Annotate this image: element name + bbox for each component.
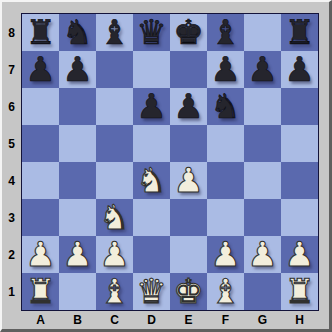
black-knight[interactable]: ♞ xyxy=(210,88,240,125)
file-label-a: A xyxy=(22,312,59,328)
square-d6[interactable]: ♟ xyxy=(133,88,170,125)
square-a1[interactable]: ♜ xyxy=(22,273,59,310)
chess-board: ♜♞♝♛♚♝♜♟♟♟♟♟♟♟♞♞♟♞♟♟♟♟♟♟♜♝♛♚♝♜ xyxy=(21,13,319,311)
black-king[interactable]: ♚ xyxy=(173,14,203,51)
square-a3[interactable] xyxy=(22,199,59,236)
white-pawn[interactable]: ♟ xyxy=(284,236,314,273)
square-a8[interactable]: ♜ xyxy=(22,14,59,51)
white-queen[interactable]: ♛ xyxy=(136,273,166,310)
square-a5[interactable] xyxy=(22,125,59,162)
square-g2[interactable]: ♟ xyxy=(244,236,281,273)
square-e5[interactable] xyxy=(170,125,207,162)
square-g5[interactable] xyxy=(244,125,281,162)
white-knight[interactable]: ♞ xyxy=(99,199,129,236)
black-knight[interactable]: ♞ xyxy=(62,14,92,51)
square-b7[interactable]: ♟ xyxy=(59,51,96,88)
square-e2[interactable] xyxy=(170,236,207,273)
file-labels: ABCDEFGH xyxy=(22,312,318,328)
square-h8[interactable]: ♜ xyxy=(281,14,318,51)
square-a6[interactable] xyxy=(22,88,59,125)
rank-label-7: 7 xyxy=(2,51,21,88)
white-pawn[interactable]: ♟ xyxy=(99,236,129,273)
square-h2[interactable]: ♟ xyxy=(281,236,318,273)
square-c1[interactable]: ♝ xyxy=(96,273,133,310)
square-g7[interactable]: ♟ xyxy=(244,51,281,88)
chess-board-frame: ♜♞♝♛♚♝♜♟♟♟♟♟♟♟♞♞♟♞♟♟♟♟♟♟♜♝♛♚♝♜ 87654321 … xyxy=(0,0,332,332)
white-bishop[interactable]: ♝ xyxy=(99,273,129,310)
square-h6[interactable] xyxy=(281,88,318,125)
black-bishop[interactable]: ♝ xyxy=(99,14,129,51)
rank-label-5: 5 xyxy=(2,125,21,162)
black-pawn[interactable]: ♟ xyxy=(210,51,240,88)
square-g4[interactable] xyxy=(244,162,281,199)
square-g6[interactable] xyxy=(244,88,281,125)
black-pawn[interactable]: ♟ xyxy=(284,51,314,88)
square-b6[interactable] xyxy=(59,88,96,125)
rank-label-1: 1 xyxy=(2,273,21,310)
square-h5[interactable] xyxy=(281,125,318,162)
square-d4[interactable]: ♞ xyxy=(133,162,170,199)
square-e7[interactable] xyxy=(170,51,207,88)
square-f1[interactable]: ♝ xyxy=(207,273,244,310)
square-g1[interactable] xyxy=(244,273,281,310)
square-b5[interactable] xyxy=(59,125,96,162)
square-c2[interactable]: ♟ xyxy=(96,236,133,273)
square-f2[interactable]: ♟ xyxy=(207,236,244,273)
square-c4[interactable] xyxy=(96,162,133,199)
square-e8[interactable]: ♚ xyxy=(170,14,207,51)
square-f8[interactable]: ♝ xyxy=(207,14,244,51)
square-d8[interactable]: ♛ xyxy=(133,14,170,51)
file-label-h: H xyxy=(281,312,318,328)
square-c6[interactable] xyxy=(96,88,133,125)
white-knight[interactable]: ♞ xyxy=(136,162,166,199)
square-f5[interactable] xyxy=(207,125,244,162)
white-bishop[interactable]: ♝ xyxy=(210,273,240,310)
black-pawn[interactable]: ♟ xyxy=(62,51,92,88)
black-queen[interactable]: ♛ xyxy=(136,14,166,51)
file-label-f: F xyxy=(207,312,244,328)
square-h4[interactable] xyxy=(281,162,318,199)
rank-label-4: 4 xyxy=(2,162,21,199)
rank-label-6: 6 xyxy=(2,88,21,125)
square-b3[interactable] xyxy=(59,199,96,236)
file-label-d: D xyxy=(133,312,170,328)
black-pawn[interactable]: ♟ xyxy=(247,51,277,88)
square-b4[interactable] xyxy=(59,162,96,199)
file-label-g: G xyxy=(244,312,281,328)
rank-label-2: 2 xyxy=(2,236,21,273)
square-h1[interactable]: ♜ xyxy=(281,273,318,310)
square-c5[interactable] xyxy=(96,125,133,162)
square-b8[interactable]: ♞ xyxy=(59,14,96,51)
black-pawn[interactable]: ♟ xyxy=(136,88,166,125)
rank-label-3: 3 xyxy=(2,199,21,236)
black-bishop[interactable]: ♝ xyxy=(210,14,240,51)
file-label-e: E xyxy=(170,312,207,328)
square-f6[interactable]: ♞ xyxy=(207,88,244,125)
square-e1[interactable]: ♚ xyxy=(170,273,207,310)
square-b2[interactable]: ♟ xyxy=(59,236,96,273)
black-rook[interactable]: ♜ xyxy=(25,14,55,51)
file-label-b: B xyxy=(59,312,96,328)
black-pawn[interactable]: ♟ xyxy=(173,88,203,125)
square-d1[interactable]: ♛ xyxy=(133,273,170,310)
square-d2[interactable] xyxy=(133,236,170,273)
square-h3[interactable] xyxy=(281,199,318,236)
square-h7[interactable]: ♟ xyxy=(281,51,318,88)
square-b1[interactable] xyxy=(59,273,96,310)
square-e3[interactable] xyxy=(170,199,207,236)
square-f7[interactable]: ♟ xyxy=(207,51,244,88)
white-pawn[interactable]: ♟ xyxy=(62,236,92,273)
white-king[interactable]: ♚ xyxy=(173,273,203,310)
white-rook[interactable]: ♜ xyxy=(284,273,314,310)
square-g3[interactable] xyxy=(244,199,281,236)
square-d5[interactable] xyxy=(133,125,170,162)
square-a7[interactable]: ♟ xyxy=(22,51,59,88)
square-g8[interactable] xyxy=(244,14,281,51)
square-f4[interactable] xyxy=(207,162,244,199)
white-pawn[interactable]: ♟ xyxy=(173,162,203,199)
rank-label-8: 8 xyxy=(2,14,21,51)
white-pawn[interactable]: ♟ xyxy=(25,236,55,273)
square-f3[interactable] xyxy=(207,199,244,236)
black-rook[interactable]: ♜ xyxy=(284,14,314,51)
square-e6[interactable]: ♟ xyxy=(170,88,207,125)
white-rook[interactable]: ♜ xyxy=(25,273,55,310)
square-a4[interactable] xyxy=(22,162,59,199)
black-pawn[interactable]: ♟ xyxy=(25,51,55,88)
rank-labels: 87654321 xyxy=(2,14,21,310)
square-d3[interactable] xyxy=(133,199,170,236)
square-c8[interactable]: ♝ xyxy=(96,14,133,51)
square-c7[interactable] xyxy=(96,51,133,88)
square-c3[interactable]: ♞ xyxy=(96,199,133,236)
square-e4[interactable]: ♟ xyxy=(170,162,207,199)
square-d7[interactable] xyxy=(133,51,170,88)
square-a2[interactable]: ♟ xyxy=(22,236,59,273)
white-pawn[interactable]: ♟ xyxy=(247,236,277,273)
file-label-c: C xyxy=(96,312,133,328)
white-pawn[interactable]: ♟ xyxy=(210,236,240,273)
